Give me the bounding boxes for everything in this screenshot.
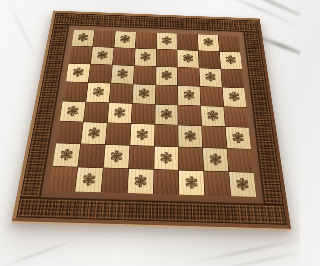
square-h7[interactable]: ❃ — [220, 52, 242, 70]
rosette-motif-icon: ❃ — [224, 54, 237, 66]
square-a4[interactable]: ❃ — [60, 101, 86, 122]
square-d8[interactable] — [135, 32, 156, 49]
square-e1[interactable] — [153, 170, 178, 195]
square-e4[interactable]: ❃ — [155, 104, 178, 125]
square-f5[interactable]: ❃ — [178, 86, 200, 106]
square-d3[interactable]: ❃ — [130, 124, 154, 146]
rosette-motif-icon: ❃ — [76, 32, 89, 43]
rosette-motif-icon: ❃ — [137, 87, 150, 100]
square-f2[interactable] — [179, 147, 204, 170]
square-e7[interactable] — [156, 49, 177, 67]
square-d5[interactable]: ❃ — [132, 84, 155, 104]
square-a5[interactable] — [63, 82, 88, 102]
square-e6[interactable]: ❃ — [156, 67, 178, 86]
square-d7[interactable]: ❃ — [134, 49, 156, 67]
square-c6[interactable]: ❃ — [111, 65, 134, 84]
square-f6[interactable] — [178, 67, 200, 86]
rosette-motif-icon: ❃ — [71, 66, 85, 78]
square-f7[interactable]: ❃ — [178, 50, 199, 68]
rosette-motif-icon: ❃ — [208, 152, 223, 168]
square-f3[interactable]: ❃ — [179, 126, 203, 148]
marble-countertop: ❃❃❃❃❃❃❃❃❃❃❃❃❃❃❃❃❃❃❃❃❃❃❃❃❃❃❃❃❃❃❃❃ — [0, 0, 300, 266]
square-d4[interactable] — [131, 104, 154, 125]
board-grid: ❃❃❃❃❃❃❃❃❃❃❃❃❃❃❃❃❃❃❃❃❃❃❃❃❃❃❃❃❃❃❃❃ — [49, 30, 256, 197]
square-g5[interactable] — [200, 86, 223, 106]
square-b3[interactable]: ❃ — [81, 122, 107, 144]
rosette-motif-icon: ❃ — [59, 147, 75, 163]
square-h8[interactable] — [218, 35, 240, 52]
rosette-motif-icon: ❃ — [235, 176, 251, 193]
square-h1[interactable]: ❃ — [229, 172, 256, 197]
rosette-motif-icon: ❃ — [133, 173, 148, 190]
rosette-motif-icon: ❃ — [116, 68, 129, 80]
square-a7[interactable] — [69, 46, 92, 64]
square-c7[interactable] — [113, 48, 135, 66]
square-e3[interactable] — [154, 125, 178, 147]
square-g4[interactable]: ❃ — [201, 106, 225, 127]
square-c1[interactable] — [101, 168, 128, 193]
rosette-motif-icon: ❃ — [65, 104, 80, 118]
rosette-motif-icon: ❃ — [135, 128, 149, 143]
square-h3[interactable]: ❃ — [226, 127, 251, 149]
square-h2[interactable] — [227, 149, 253, 172]
square-c3[interactable] — [105, 123, 130, 145]
square-f4[interactable] — [178, 105, 201, 126]
rosette-motif-icon: ❃ — [109, 149, 124, 165]
rosette-motif-icon: ❃ — [202, 37, 214, 48]
marble-vein — [183, 237, 300, 266]
square-a3[interactable] — [56, 122, 83, 144]
square-c2[interactable]: ❃ — [103, 145, 129, 168]
rosette-motif-icon: ❃ — [113, 106, 127, 120]
rosette-motif-icon: ❃ — [91, 86, 105, 99]
square-c5[interactable] — [109, 83, 132, 103]
square-b5[interactable]: ❃ — [86, 83, 110, 103]
rosette-motif-icon: ❃ — [231, 131, 246, 146]
square-c4[interactable]: ❃ — [107, 103, 131, 124]
square-d2[interactable] — [129, 146, 154, 169]
rosette-motif-icon: ❃ — [161, 36, 173, 47]
marble-vein — [0, 236, 84, 266]
square-d6[interactable] — [133, 66, 155, 85]
square-h4[interactable] — [224, 107, 248, 128]
square-e2[interactable]: ❃ — [154, 147, 178, 170]
square-b6[interactable] — [89, 64, 112, 83]
rosette-motif-icon: ❃ — [184, 175, 199, 192]
marble-vein — [7, 0, 39, 63]
square-f1[interactable]: ❃ — [179, 171, 204, 196]
rosette-motif-icon: ❃ — [204, 71, 217, 83]
square-e8[interactable]: ❃ — [157, 33, 178, 50]
square-b2[interactable] — [78, 144, 105, 167]
square-e5[interactable] — [155, 85, 177, 105]
rosette-motif-icon: ❃ — [184, 129, 198, 144]
rosette-motif-icon: ❃ — [86, 126, 101, 141]
rosette-motif-icon: ❃ — [182, 53, 194, 65]
square-g1[interactable] — [204, 171, 230, 196]
chess-board: ❃❃❃❃❃❃❃❃❃❃❃❃❃❃❃❃❃❃❃❃❃❃❃❃❃❃❃❃❃❃❃❃ — [12, 11, 291, 229]
square-a6[interactable]: ❃ — [66, 63, 90, 82]
square-d1[interactable]: ❃ — [127, 169, 153, 194]
square-g7[interactable] — [199, 51, 221, 69]
square-h5[interactable]: ❃ — [223, 87, 247, 107]
square-h6[interactable] — [221, 69, 244, 88]
square-g2[interactable]: ❃ — [203, 148, 228, 171]
rosette-motif-icon: ❃ — [206, 109, 220, 123]
square-b7[interactable]: ❃ — [91, 47, 114, 65]
rosette-motif-icon: ❃ — [81, 171, 97, 188]
square-b4[interactable] — [84, 102, 109, 123]
square-g6[interactable]: ❃ — [200, 68, 222, 87]
square-g3[interactable] — [202, 126, 227, 148]
rosette-motif-icon: ❃ — [183, 89, 196, 102]
rosette-motif-icon: ❃ — [160, 70, 172, 82]
square-c8[interactable]: ❃ — [114, 31, 136, 48]
rosette-motif-icon: ❃ — [160, 108, 173, 122]
rosette-motif-icon: ❃ — [119, 34, 131, 45]
rosette-motif-icon: ❃ — [139, 51, 151, 63]
square-a1[interactable] — [49, 167, 77, 192]
square-a8[interactable]: ❃ — [72, 30, 95, 47]
square-a2[interactable]: ❃ — [53, 144, 80, 167]
square-b1[interactable]: ❃ — [75, 168, 103, 193]
square-g8[interactable]: ❃ — [198, 34, 219, 51]
square-f8[interactable] — [177, 34, 198, 51]
rosette-motif-icon: ❃ — [159, 150, 173, 166]
board-3d-tilt: ❃❃❃❃❃❃❃❃❃❃❃❃❃❃❃❃❃❃❃❃❃❃❃❃❃❃❃❃❃❃❃❃ — [12, 11, 291, 229]
rosette-motif-icon: ❃ — [227, 90, 241, 103]
marble-vein — [206, 249, 300, 266]
rosette-motif-icon: ❃ — [96, 50, 109, 62]
square-b8[interactable] — [93, 31, 115, 48]
